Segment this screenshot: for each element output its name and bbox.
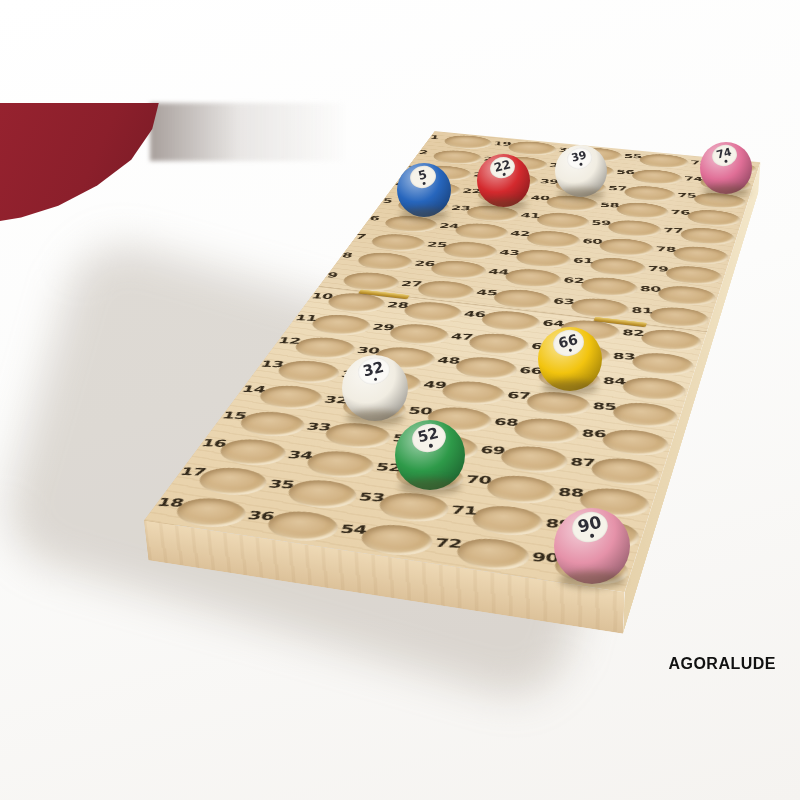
- hole-label-63: 63: [553, 297, 576, 306]
- board-cell-48: 48: [430, 350, 525, 385]
- hole-label-73: 73: [691, 159, 710, 166]
- hole-label-26: 26: [414, 259, 437, 268]
- hole-66: [534, 364, 604, 393]
- board-cell-70: 70: [458, 466, 564, 509]
- hole-label-76: 76: [671, 209, 691, 217]
- hole-label-41: 41: [520, 212, 541, 220]
- hole-64: [557, 318, 623, 344]
- hole-label-78: 78: [656, 245, 677, 253]
- hole-label-35: 35: [267, 478, 297, 491]
- hole-label-31: 31: [340, 369, 366, 380]
- hole-65: [546, 340, 614, 367]
- hole-label-25: 25: [426, 240, 448, 248]
- board-top-face: 1234567891011121314151617181920212223242…: [144, 131, 760, 592]
- hole-label-90: 90: [531, 550, 560, 565]
- hole-53: [373, 490, 454, 526]
- hole-86: [599, 427, 672, 459]
- board-cell-53: 53: [348, 484, 457, 529]
- hole-label-32: 32: [323, 394, 350, 406]
- board-cell-33: 33: [296, 415, 399, 454]
- hole-label-68: 68: [494, 416, 520, 428]
- hole-47: [465, 331, 533, 358]
- board-cell-12: 12: [269, 330, 364, 363]
- hole-label-19: 19: [493, 140, 512, 147]
- product-photo: 1234567891011121314151617181920212223242…: [0, 0, 800, 800]
- board-cell-35: 35: [257, 471, 366, 515]
- hole-label-6: 6: [369, 214, 391, 222]
- hole-52: [390, 460, 469, 494]
- board-cell-71: 71: [442, 497, 551, 543]
- hole-label-86: 86: [582, 428, 607, 440]
- hole-label-66: 66: [519, 365, 544, 376]
- hole-81: [647, 305, 711, 330]
- board-cell-68: 68: [486, 410, 586, 449]
- hole-63: [567, 296, 632, 321]
- brand-watermark: AGORALUDE: [668, 655, 776, 673]
- hole-label-55: 55: [624, 153, 643, 160]
- hole-label-21: 21: [473, 171, 493, 178]
- board-cell-66: 66: [512, 360, 607, 395]
- hole-label-45: 45: [476, 288, 499, 297]
- board-cell-84: 84: [597, 370, 692, 406]
- hole-90: [550, 549, 633, 589]
- hole-label-24: 24: [439, 222, 461, 230]
- hole-label-46: 46: [463, 309, 487, 319]
- hole-11: [307, 312, 376, 338]
- hole-49: [437, 379, 509, 408]
- hole-label-85: 85: [593, 401, 618, 413]
- hole-label-61: 61: [573, 256, 594, 265]
- hole-label-89: 89: [545, 517, 573, 531]
- hole-84: [619, 374, 689, 403]
- hole-label-74: 74: [684, 175, 703, 182]
- hole-label-80: 80: [640, 285, 662, 294]
- hole-82: [638, 327, 704, 353]
- board-cell-31: 31: [332, 364, 430, 400]
- hole-51: [407, 431, 483, 463]
- hole-label-69: 69: [480, 444, 507, 457]
- hole-35: [281, 477, 362, 512]
- board-cell-51: 51: [383, 426, 486, 466]
- hole-30: [370, 344, 441, 371]
- board-cell-14: 14: [231, 378, 332, 415]
- hole-label-65: 65: [531, 341, 555, 351]
- hole-label-38: 38: [549, 162, 568, 169]
- hole-34: [301, 448, 380, 482]
- hole-label-53: 53: [357, 491, 386, 505]
- hole-32: [337, 393, 412, 423]
- board-cell-64: 64: [536, 314, 626, 346]
- hole-label-72: 72: [434, 536, 464, 551]
- hole-label-56: 56: [616, 168, 635, 175]
- hole-label-70: 70: [465, 473, 493, 486]
- hole-12: [290, 335, 361, 362]
- hole-label-7: 7: [355, 233, 378, 241]
- hole-17: [192, 464, 274, 499]
- hole-label-54: 54: [339, 522, 369, 537]
- hole-70: [482, 472, 560, 507]
- hole-83: [629, 350, 697, 378]
- hole-label-1: 1: [429, 134, 449, 140]
- hole-29: [385, 321, 454, 347]
- hole-label-81: 81: [631, 306, 653, 316]
- hole-label-62: 62: [563, 276, 585, 285]
- hole-label-83: 83: [613, 351, 636, 362]
- board-cell-89: 89: [538, 510, 647, 557]
- bingo-board-scene: 1234567891011121314151617181920212223242…: [0, 0, 800, 800]
- board-cell-50: 50: [400, 399, 500, 437]
- board-cell-67: 67: [500, 384, 597, 421]
- board-cell-29: 29: [364, 317, 457, 349]
- hole-label-88: 88: [558, 486, 585, 500]
- hole-label-22: 22: [462, 187, 483, 194]
- hole-label-44: 44: [488, 268, 510, 277]
- hole-85: [609, 400, 680, 431]
- hole-label-84: 84: [603, 375, 627, 386]
- hole-label-87: 87: [570, 456, 596, 469]
- board-cell-85: 85: [586, 395, 683, 433]
- hole-13: [272, 358, 345, 386]
- hole-label-28: 28: [386, 300, 410, 310]
- board-cell-88: 88: [551, 479, 657, 523]
- hole-15: [234, 409, 311, 440]
- hole-label-43: 43: [499, 248, 521, 257]
- hole-71: [467, 503, 548, 540]
- hole-label-5: 5: [382, 197, 404, 205]
- board-cell-32: 32: [315, 389, 415, 426]
- hole-label-37: 37: [558, 147, 577, 154]
- board-cell-82: 82: [617, 323, 707, 356]
- hole-label-71: 71: [450, 504, 479, 518]
- hole-label-47: 47: [450, 332, 474, 342]
- hole-16: [213, 436, 292, 469]
- hole-label-52: 52: [375, 461, 403, 474]
- hole-label-77: 77: [663, 226, 683, 234]
- board-cell-69: 69: [472, 438, 575, 479]
- hole-label-36: 36: [246, 509, 277, 523]
- hole-label-51: 51: [392, 432, 419, 444]
- hole-label-58: 58: [600, 201, 620, 209]
- hole-label-27: 27: [400, 279, 423, 288]
- hole-label-29: 29: [371, 322, 396, 332]
- hole-label-79: 79: [648, 264, 669, 273]
- hole-label-8: 8: [341, 251, 364, 260]
- hole-label-42: 42: [510, 229, 531, 237]
- hole-label-82: 82: [622, 328, 645, 338]
- hole-label-50: 50: [407, 405, 434, 417]
- hole-label-67: 67: [507, 390, 532, 401]
- board-cell-11: 11: [286, 308, 379, 340]
- board-cell-30: 30: [348, 340, 443, 374]
- hole-label-4: 4: [394, 180, 415, 187]
- hole-label-59: 59: [591, 219, 611, 227]
- hole-50: [422, 404, 496, 435]
- board-cell-49: 49: [415, 374, 513, 410]
- board-cell-83: 83: [607, 346, 699, 380]
- hole-label-10: 10: [310, 291, 335, 300]
- board-cell-13: 13: [250, 354, 348, 389]
- hole-46: [477, 309, 544, 334]
- hole-87: [587, 455, 662, 489]
- board-cell-65: 65: [525, 336, 617, 370]
- hole-label-34: 34: [287, 449, 316, 462]
- board-cell-34: 34: [277, 442, 383, 484]
- hole-label-2: 2: [418, 149, 438, 156]
- hole-14: [253, 383, 328, 413]
- hole-label-64: 64: [542, 319, 565, 329]
- hole-label-49: 49: [422, 379, 448, 390]
- hole-label-57: 57: [608, 185, 628, 192]
- hole-88: [576, 484, 654, 520]
- hole-67: [522, 389, 594, 419]
- board-cell-47: 47: [443, 327, 536, 360]
- hole-label-3: 3: [407, 164, 428, 171]
- hole-label-39: 39: [540, 178, 560, 185]
- hole-label-60: 60: [582, 237, 603, 245]
- hole-69: [496, 443, 572, 476]
- hole-label-30: 30: [356, 345, 382, 355]
- board-cell-87: 87: [563, 449, 666, 491]
- hole-31: [354, 368, 427, 397]
- bingo-control-board: 1234567891011121314151617181920212223242…: [144, 131, 760, 592]
- hole-label-40: 40: [530, 194, 550, 202]
- hole-label-75: 75: [678, 192, 698, 199]
- hole-label-9: 9: [326, 271, 350, 280]
- board-cell-86: 86: [575, 422, 675, 462]
- hole-33: [319, 420, 396, 452]
- board-cell-52: 52: [366, 454, 472, 496]
- board-cell-46: 46: [457, 304, 547, 336]
- hole-label-33: 33: [305, 421, 333, 433]
- hole-label-20: 20: [483, 155, 503, 162]
- hole-48: [451, 354, 521, 382]
- hole-label-23: 23: [450, 204, 471, 212]
- hole-68: [510, 415, 584, 447]
- hole-label-48: 48: [437, 355, 462, 366]
- hole-89: [563, 516, 643, 554]
- brass-hinge-2: [593, 317, 647, 327]
- hole-label-11: 11: [294, 313, 319, 323]
